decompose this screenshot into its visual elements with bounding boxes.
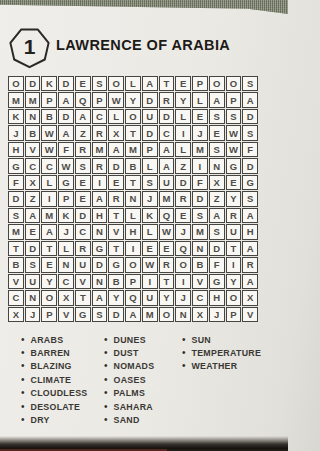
grid-cell-r6c14: G — [226, 158, 242, 173]
word-label: TEMPERATURE — [192, 348, 262, 358]
grid-cell-r11c13: D — [209, 241, 225, 256]
word-item: •NOMADS — [104, 360, 154, 373]
grid-cell-r6c15: D — [242, 158, 258, 173]
word-label: NOMADS — [114, 361, 155, 371]
bullet-icon: • — [104, 375, 108, 385]
grid-cell-r13c6: N — [92, 274, 108, 289]
grid-cell-r11c15: A — [242, 241, 258, 256]
bullet-icon: • — [21, 402, 25, 412]
grid-cell-r8c8: N — [125, 191, 141, 206]
grid-cell-r3c3: B — [41, 109, 57, 124]
grid-cell-r11c1: T — [8, 241, 24, 256]
grid-cell-r7c5: E — [75, 175, 91, 190]
grid-cell-r9c9: K — [142, 208, 158, 223]
grid-cell-r6c6: R — [92, 158, 108, 173]
grid-cell-r1c11: E — [175, 76, 191, 91]
grid-cell-r1c15: S — [242, 76, 258, 91]
grid-cell-r13c11: I — [175, 274, 191, 289]
word-item: •SAHARA — [104, 400, 154, 413]
grid-cell-r4c14: W — [226, 125, 242, 140]
grid-cell-r7c9: S — [142, 175, 158, 190]
grid-cell-r7c15: G — [242, 175, 258, 190]
grid-cell-r13c12: V — [192, 274, 208, 289]
grid-cell-r14c6: A — [92, 290, 108, 305]
word-label: BARREN — [31, 348, 70, 358]
grid-cell-r4c1: J — [8, 125, 24, 140]
grid-cell-r2c15: A — [242, 92, 258, 107]
grid-cell-r6c11: Z — [175, 158, 191, 173]
grid-cell-r10c9: L — [142, 224, 158, 239]
grid-cell-r11c14: T — [226, 241, 242, 256]
grid-cell-r3c4: D — [58, 109, 74, 124]
grid-cell-r3c1: K — [8, 109, 24, 124]
grid-cell-r12c4: N — [58, 257, 74, 272]
grid-cell-r12c1: B — [8, 257, 24, 272]
grid-cell-r8c3: I — [41, 191, 57, 206]
grid-cell-r8c9: J — [142, 191, 158, 206]
grid-cell-r8c2: Z — [25, 191, 41, 206]
grid-cell-r5c6: M — [92, 142, 108, 157]
grid-cell-r14c7: Y — [108, 290, 124, 305]
grid-cell-r2c9: D — [142, 92, 158, 107]
grid-cell-r7c8: T — [125, 175, 141, 190]
grid-cell-r12c10: R — [159, 257, 175, 272]
grid-cell-r14c10: Y — [159, 290, 175, 305]
grid-cell-r6c3: C — [41, 158, 57, 173]
grid-cell-r5c1: H — [8, 142, 24, 157]
grid-cell-r5c10: A — [159, 142, 175, 157]
grid-cell-r4c11: I — [175, 125, 191, 140]
grid-cell-r8c12: D — [192, 191, 208, 206]
grid-cell-r8c15: S — [242, 191, 258, 206]
grid-cell-r12c15: R — [242, 257, 258, 272]
grid-cell-r15c14: P — [226, 307, 242, 322]
grid-cell-r6c7: D — [108, 158, 124, 173]
grid-cell-r7c1: F — [8, 175, 24, 190]
grid-cell-r8c7: R — [108, 191, 124, 206]
grid-cell-r9c10: Q — [159, 208, 175, 223]
grid-cell-r14c13: H — [209, 290, 225, 305]
grid-cell-r13c3: Y — [41, 274, 57, 289]
grid-cell-r3c5: A — [75, 109, 91, 124]
grid-cell-r4c4: A — [58, 125, 74, 140]
word-item: •WEATHER — [182, 360, 261, 373]
grid-cell-r5c9: P — [142, 142, 158, 157]
bullet-icon: • — [182, 335, 186, 345]
grid-cell-r14c5: T — [75, 290, 91, 305]
grid-cell-r7c14: E — [226, 175, 242, 190]
grid-cell-r4c9: D — [142, 125, 158, 140]
word-label: SUN — [192, 335, 211, 345]
grid-cell-r1c14: O — [226, 76, 242, 91]
bullet-icon: • — [182, 361, 186, 371]
grid-cell-r12c2: S — [25, 257, 41, 272]
grid-cell-r12c11: O — [175, 257, 191, 272]
grid-cell-r5c3: W — [41, 142, 57, 157]
grid-cell-r10c5: C — [75, 224, 91, 239]
grid-cell-r14c14: O — [226, 290, 242, 305]
bullet-icon: • — [104, 348, 108, 358]
grid-cell-r11c2: D — [25, 241, 41, 256]
grid-cell-r15c6: S — [92, 307, 108, 322]
grid-cell-r10c8: H — [125, 224, 141, 239]
grid-cell-r2c3: P — [41, 92, 57, 107]
grid-cell-r13c4: C — [58, 274, 74, 289]
word-label: WEATHER — [192, 361, 238, 371]
grid-cell-r13c5: V — [75, 274, 91, 289]
grid-cell-r1c10: T — [159, 76, 175, 91]
grid-cell-r9c15: A — [242, 208, 258, 223]
grid-cell-r5c12: M — [192, 142, 208, 157]
word-item: •OASES — [104, 373, 154, 386]
grid-cell-r3c14: S — [226, 109, 242, 124]
grid-cell-r7c6: I — [92, 175, 108, 190]
grid-cell-r10c13: S — [209, 224, 225, 239]
grid-cell-r12c8: O — [125, 257, 141, 272]
grid-cell-r10c15: H — [242, 224, 258, 239]
grid-cell-r4c2: B — [25, 125, 41, 140]
puzzle-number-badge: 1 — [8, 25, 51, 71]
grid-cell-r8c11: R — [175, 191, 191, 206]
grid-cell-r6c9: L — [142, 158, 158, 173]
puzzle-title: LAWRENCE OF ARABIA — [56, 37, 280, 53]
grid-cell-r11c9: E — [142, 241, 158, 256]
grid-cell-r9c3: M — [41, 208, 57, 223]
grid-cell-r14c11: J — [175, 290, 191, 305]
grid-cell-r15c9: M — [142, 307, 158, 322]
grid-cell-r4c6: R — [92, 125, 108, 140]
grid-cell-r1c1: O — [8, 76, 24, 91]
grid-cell-r4c13: E — [209, 125, 225, 140]
bullet-icon: • — [21, 361, 25, 371]
grid-cell-r6c12: I — [192, 158, 208, 173]
grid-cell-r3c7: L — [108, 109, 124, 124]
grid-cell-r2c11: Y — [175, 92, 191, 107]
word-label: DUST — [114, 348, 139, 358]
bullet-icon: • — [21, 375, 25, 385]
grid-cell-r15c11: N — [175, 307, 191, 322]
grid-cell-r5c13: S — [209, 142, 225, 157]
grid-cell-r2c14: P — [226, 92, 242, 107]
grid-cell-r14c4: X — [58, 290, 74, 305]
puzzle-header: 1 LAWRENCE OF ARABIA — [8, 25, 280, 71]
grid-cell-r2c4: A — [58, 92, 74, 107]
word-item: •DUNES — [104, 333, 154, 346]
word-label: DESOLATE — [31, 402, 81, 412]
word-label: DRY — [31, 415, 50, 425]
grid-cell-r11c7: T — [108, 241, 124, 256]
grid-cell-r2c10: R — [159, 92, 175, 107]
grid-cell-r12c6: D — [92, 257, 108, 272]
grid-cell-r3c10: D — [159, 109, 175, 124]
grid-cell-r13c1: V — [8, 274, 24, 289]
grid-cell-r1c7: O — [108, 76, 124, 91]
grid-cell-r8c6: A — [92, 191, 108, 206]
word-label: ARABS — [31, 335, 64, 345]
grid-cell-r13c8: P — [125, 274, 141, 289]
word-label: SAND — [114, 415, 140, 425]
word-column-2: •DUNES•DUST•NOMADS•OASES•PALMS•SAHARA•SA… — [104, 333, 154, 427]
grid-cell-r6c13: N — [209, 158, 225, 173]
grid-cell-r15c15: V — [242, 307, 258, 322]
grid-cell-r15c2: J — [25, 307, 41, 322]
grid-cell-r2c5: Q — [75, 92, 91, 107]
grid-cell-r2c2: M — [25, 92, 41, 107]
grid-cell-r8c14: Y — [226, 191, 242, 206]
word-list: •ARABS•BARREN•BLAZING•CLIMATE•CLOUDLESS•… — [0, 333, 288, 433]
word-item: •DUST — [104, 346, 154, 359]
grid-cell-r3c11: L — [175, 109, 191, 124]
bullet-icon: • — [21, 415, 25, 425]
grid-cell-r5c2: V — [25, 142, 41, 157]
grid-cell-r2c8: Y — [125, 92, 141, 107]
bullet-icon: • — [182, 348, 186, 358]
grid-cell-r8c13: Z — [209, 191, 225, 206]
grid-cell-r1c9: A — [142, 76, 158, 91]
grid-cell-r6c1: G — [8, 158, 24, 173]
grid-cell-r12c3: E — [41, 257, 57, 272]
bullet-icon: • — [21, 348, 25, 358]
grid-cell-r2c12: L — [192, 92, 208, 107]
word-column-3: •SUN•TEMPERATURE•WEATHER — [182, 333, 261, 373]
grid-cell-r4c12: J — [192, 125, 208, 140]
grid-cell-r1c2: D — [25, 76, 41, 91]
grid-cell-r9c14: R — [226, 208, 242, 223]
grid-cell-r1c5: E — [75, 76, 91, 91]
grid-cell-r9c5: D — [75, 208, 91, 223]
grid-cell-r10c4: J — [58, 224, 74, 239]
grid-cell-r7c4: G — [58, 175, 74, 190]
word-item: •PALMS — [104, 387, 154, 400]
grid-cell-r6c10: A — [159, 158, 175, 173]
grid-cell-r9c13: A — [209, 208, 225, 223]
grid-cell-r4c8: T — [125, 125, 141, 140]
grid-cell-r12c12: B — [192, 257, 208, 272]
grid-cell-r11c12: N — [192, 241, 208, 256]
grid-cell-r2c13: A — [209, 92, 225, 107]
grid-cell-r11c11: Q — [175, 241, 191, 256]
grid-cell-r7c3: L — [41, 175, 57, 190]
grid-cell-r4c7: X — [108, 125, 124, 140]
grid-cell-r15c1: X — [8, 307, 24, 322]
grid-cell-r9c1: S — [8, 208, 24, 223]
word-label: BLAZING — [31, 361, 72, 371]
grid-cell-r15c13: J — [209, 307, 225, 322]
bullet-icon: • — [104, 415, 108, 425]
grid-cell-r15c4: V — [58, 307, 74, 322]
grid-cell-r1c13: O — [209, 76, 225, 91]
grid-cell-r7c13: X — [209, 175, 225, 190]
grid-cell-r4c3: W — [41, 125, 57, 140]
word-column-1: •ARABS•BARREN•BLAZING•CLIMATE•CLOUDLESS•… — [21, 333, 87, 427]
grid-cell-r14c9: U — [142, 290, 158, 305]
grid-cell-r15c7: D — [108, 307, 124, 322]
grid-cell-r10c6: N — [92, 224, 108, 239]
grid-cell-r5c4: F — [58, 142, 74, 157]
page: { "game": "word-search", "puzzle_number"… — [0, 0, 288, 451]
grid-cell-r3c8: O — [125, 109, 141, 124]
grid-cell-r3c12: E — [192, 109, 208, 124]
word-item: •DRY — [21, 413, 87, 426]
grid-cell-r12c13: F — [209, 257, 225, 272]
grid-cell-r14c15: X — [242, 290, 258, 305]
grid-cell-r1c12: P — [192, 76, 208, 91]
grid-cell-r13c7: B — [108, 274, 124, 289]
grid-cell-r2c7: W — [108, 92, 124, 107]
grid-cell-r1c6: S — [92, 76, 108, 91]
grid-cell-r14c2: N — [25, 290, 41, 305]
grid-cell-r10c10: W — [159, 224, 175, 239]
grid-cell-r4c10: C — [159, 125, 175, 140]
grid-cell-r15c8: A — [125, 307, 141, 322]
grid-cell-r13c13: G — [209, 274, 225, 289]
grid-cell-r7c11: D — [175, 175, 191, 190]
grid-cell-r15c12: X — [192, 307, 208, 322]
bullet-icon: • — [21, 335, 25, 345]
bullet-icon: • — [104, 335, 108, 345]
grid-cell-r8c10: M — [159, 191, 175, 206]
grid-cell-r11c5: R — [75, 241, 91, 256]
grid-cell-r7c12: F — [192, 175, 208, 190]
grid-cell-r6c2: C — [25, 158, 41, 173]
bullet-icon: • — [104, 388, 108, 398]
word-item: •CLOUDLESS — [21, 387, 87, 400]
grid-cell-r1c8: L — [125, 76, 141, 91]
grid-cell-r5c7: A — [108, 142, 124, 157]
word-item: •DESOLATE — [21, 400, 87, 413]
grid-cell-r10c2: E — [25, 224, 41, 239]
word-label: PALMS — [114, 388, 146, 398]
grid-cell-r2c6: P — [92, 92, 108, 107]
grid-cell-r2c1: M — [8, 92, 24, 107]
word-label: CLIMATE — [31, 375, 72, 385]
grid-cell-r11c8: I — [125, 241, 141, 256]
word-item: •BARREN — [21, 346, 87, 359]
grid-cell-r10c1: M — [8, 224, 24, 239]
grid-cell-r14c1: C — [8, 290, 24, 305]
grid-cell-r15c10: O — [159, 307, 175, 322]
grid-cell-r13c15: A — [242, 274, 258, 289]
grid-cell-r10c3: A — [41, 224, 57, 239]
grid-cell-r3c13: S — [209, 109, 225, 124]
grid-cell-r5c5: R — [75, 142, 91, 157]
grid-cell-r4c5: Z — [75, 125, 91, 140]
word-item: •CLIMATE — [21, 373, 87, 386]
grid-cell-r1c3: K — [41, 76, 57, 91]
grid-cell-r5c14: W — [226, 142, 242, 157]
grid-cell-r10c14: U — [226, 224, 242, 239]
grid-cell-r13c14: Y — [226, 274, 242, 289]
word-item: •BLAZING — [21, 360, 87, 373]
word-item: •SAND — [104, 413, 154, 426]
word-label: SAHARA — [114, 402, 153, 412]
grid-cell-r14c3: O — [41, 290, 57, 305]
grid-cell-r14c12: C — [192, 290, 208, 305]
word-item: •TEMPERATURE — [182, 346, 261, 359]
grid-cell-r3c9: U — [142, 109, 158, 124]
grid-cell-r5c15: F — [242, 142, 258, 157]
word-item: •SUN — [182, 333, 261, 346]
grid-cell-r9c7: T — [108, 208, 124, 223]
grid-cell-r5c8: M — [125, 142, 141, 157]
word-item: •ARABS — [21, 333, 87, 346]
grid-cell-r8c1: D — [8, 191, 24, 206]
grid-cell-r3c15: D — [242, 109, 258, 124]
grid-cell-r11c3: T — [41, 241, 57, 256]
grid-cell-r4c15: S — [242, 125, 258, 140]
grid-cell-r6c5: S — [75, 158, 91, 173]
grid-cell-r11c10: E — [159, 241, 175, 256]
word-label: OASES — [114, 375, 146, 385]
grid-cell-r9c2: A — [25, 208, 41, 223]
grid-cell-r15c3: P — [41, 307, 57, 322]
grid-cell-r7c7: E — [108, 175, 124, 190]
grid-cell-r9c11: E — [175, 208, 191, 223]
grid-cell-r8c4: P — [58, 191, 74, 206]
grid-cell-r3c2: N — [25, 109, 41, 124]
puzzle-number: 1 — [8, 25, 51, 71]
grid-cell-r15c5: G — [75, 307, 91, 322]
grid-cell-r11c6: G — [92, 241, 108, 256]
grid-cell-r14c8: Q — [125, 290, 141, 305]
grid-cell-r10c7: V — [108, 224, 124, 239]
grid-cell-r13c2: U — [25, 274, 41, 289]
grid-cell-r10c12: M — [192, 224, 208, 239]
grid-cell-r12c5: U — [75, 257, 91, 272]
grid-cell-r7c2: X — [25, 175, 41, 190]
bullet-icon: • — [21, 388, 25, 398]
grid-cell-r11c4: L — [58, 241, 74, 256]
grid-cell-r9c6: H — [92, 208, 108, 223]
grid-cell-r9c8: L — [125, 208, 141, 223]
grid-cell-r3c6: C — [92, 109, 108, 124]
book-cloth-edge — [0, 0, 288, 14]
bullet-icon: • — [104, 402, 108, 412]
grid-cell-r9c12: S — [192, 208, 208, 223]
grid-cell-r9c4: K — [58, 208, 74, 223]
grid-cell-r13c9: I — [142, 274, 158, 289]
grid-cell-r5c11: L — [175, 142, 191, 157]
grid-cell-r13c10: T — [159, 274, 175, 289]
grid-cell-r12c7: G — [108, 257, 124, 272]
grid-cell-r12c14: I — [226, 257, 242, 272]
grid-cell-r6c4: W — [58, 158, 74, 173]
grid-cell-r1c4: D — [58, 76, 74, 91]
grid-cell-r12c9: W — [142, 257, 158, 272]
word-label: DUNES — [114, 335, 146, 345]
grid-cell-r7c10: U — [159, 175, 175, 190]
bullet-icon: • — [104, 361, 108, 371]
word-label: CLOUDLESS — [31, 388, 88, 398]
letter-grid: ODKDESOLATEPOOSMMPAQPWYDRYLAPAKNBDACLOUD… — [8, 76, 258, 322]
grid-cell-r10c11: J — [175, 224, 191, 239]
grid-cell-r6c8: B — [125, 158, 141, 173]
grid-cell-r8c5: E — [75, 191, 91, 206]
